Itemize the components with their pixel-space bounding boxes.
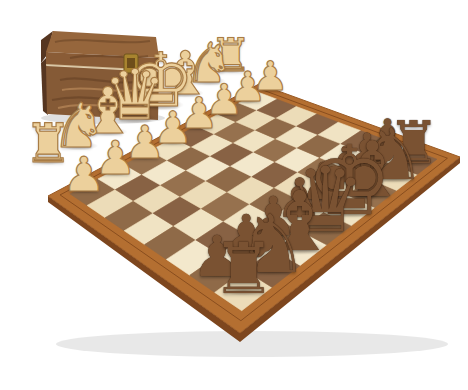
chess-set-photo: ♜♞♟♝♟♚♟♛♟♝♟♞♟♟♜♜♟♟♞♟♟♝♟♚♟♛♟♝♟♞♟♜ — [0, 0, 468, 390]
box-front-face — [46, 66, 159, 120]
scene-graphics — [0, 0, 468, 390]
wooden-box — [41, 31, 159, 120]
